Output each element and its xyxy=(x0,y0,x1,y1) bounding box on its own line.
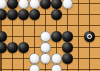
board-point[interactable] xyxy=(73,0,84,9)
board-point[interactable] xyxy=(29,64,40,71)
board-point[interactable] xyxy=(40,42,51,53)
board-point[interactable] xyxy=(18,31,29,42)
board-point[interactable] xyxy=(40,53,51,64)
board-point[interactable] xyxy=(62,20,73,31)
white-stone xyxy=(62,0,73,9)
white-stone xyxy=(29,0,40,9)
black-stone xyxy=(7,9,18,20)
board-point[interactable] xyxy=(40,0,51,9)
board-point[interactable] xyxy=(18,0,29,9)
black-stone xyxy=(29,9,40,20)
board-point[interactable] xyxy=(18,64,29,71)
black-stone xyxy=(51,0,62,9)
black-stone xyxy=(18,42,29,53)
board-point[interactable] xyxy=(0,0,7,9)
black-stone xyxy=(62,31,73,42)
white-stone xyxy=(40,53,51,64)
board-point[interactable] xyxy=(51,42,62,53)
black-stone xyxy=(62,42,73,53)
board-point[interactable] xyxy=(84,9,95,20)
board-point[interactable] xyxy=(29,9,40,20)
black-stone-last-move xyxy=(84,31,95,42)
black-stone xyxy=(51,31,62,42)
board-point[interactable] xyxy=(7,53,18,64)
board-point[interactable] xyxy=(29,20,40,31)
board-point[interactable] xyxy=(7,0,18,9)
board-point[interactable] xyxy=(62,31,73,42)
black-stone xyxy=(0,31,7,42)
black-stone xyxy=(40,0,51,9)
board-point[interactable] xyxy=(84,31,95,42)
board-point[interactable] xyxy=(0,20,7,31)
board-point[interactable] xyxy=(62,9,73,20)
black-stone xyxy=(62,53,73,64)
board-point[interactable] xyxy=(51,31,62,42)
board-point[interactable] xyxy=(7,31,18,42)
board-point[interactable] xyxy=(7,64,18,71)
board-point[interactable] xyxy=(62,53,73,64)
board-point[interactable] xyxy=(29,0,40,9)
board-point[interactable] xyxy=(29,42,40,53)
board-point[interactable] xyxy=(51,64,62,71)
white-stone xyxy=(18,0,29,9)
last-move-marker-icon xyxy=(87,34,93,40)
board-point[interactable] xyxy=(51,53,62,64)
black-stone xyxy=(51,9,62,20)
go-board xyxy=(0,0,100,71)
board-point[interactable] xyxy=(40,64,51,71)
white-stone xyxy=(40,31,51,42)
board-point[interactable] xyxy=(62,64,73,71)
white-stone xyxy=(40,42,51,53)
board-point[interactable] xyxy=(7,9,18,20)
board-point[interactable] xyxy=(40,20,51,31)
board-point[interactable] xyxy=(73,53,84,64)
board-point[interactable] xyxy=(73,20,84,31)
board-point[interactable] xyxy=(84,20,95,31)
white-stone xyxy=(51,64,62,71)
board-point[interactable] xyxy=(73,64,84,71)
white-stone xyxy=(29,64,40,71)
board-point[interactable] xyxy=(0,42,7,53)
board-point[interactable] xyxy=(7,42,18,53)
board-point[interactable] xyxy=(51,20,62,31)
board-point[interactable] xyxy=(18,9,29,20)
go-board-grid xyxy=(0,0,95,71)
board-point[interactable] xyxy=(29,53,40,64)
board-point[interactable] xyxy=(73,31,84,42)
board-point[interactable] xyxy=(0,31,7,42)
board-point[interactable] xyxy=(40,9,51,20)
black-stone xyxy=(0,42,7,53)
board-point[interactable] xyxy=(40,31,51,42)
board-point[interactable] xyxy=(51,9,62,20)
white-stone xyxy=(0,0,7,9)
board-point[interactable] xyxy=(84,42,95,53)
black-stone xyxy=(18,9,29,20)
white-stone xyxy=(29,53,40,64)
board-point[interactable] xyxy=(84,0,95,9)
black-stone xyxy=(7,42,18,53)
white-stone xyxy=(51,53,62,64)
board-point[interactable] xyxy=(73,42,84,53)
board-point[interactable] xyxy=(0,53,7,64)
board-point[interactable] xyxy=(84,53,95,64)
board-point[interactable] xyxy=(29,31,40,42)
black-stone xyxy=(0,9,7,20)
board-point[interactable] xyxy=(18,20,29,31)
board-point[interactable] xyxy=(18,53,29,64)
board-point[interactable] xyxy=(62,0,73,9)
board-point[interactable] xyxy=(0,9,7,20)
board-point[interactable] xyxy=(0,64,7,71)
board-point[interactable] xyxy=(84,64,95,71)
board-point[interactable] xyxy=(51,0,62,9)
board-point[interactable] xyxy=(18,42,29,53)
board-point[interactable] xyxy=(62,42,73,53)
board-point[interactable] xyxy=(73,9,84,20)
black-stone xyxy=(7,0,18,9)
board-point[interactable] xyxy=(7,20,18,31)
